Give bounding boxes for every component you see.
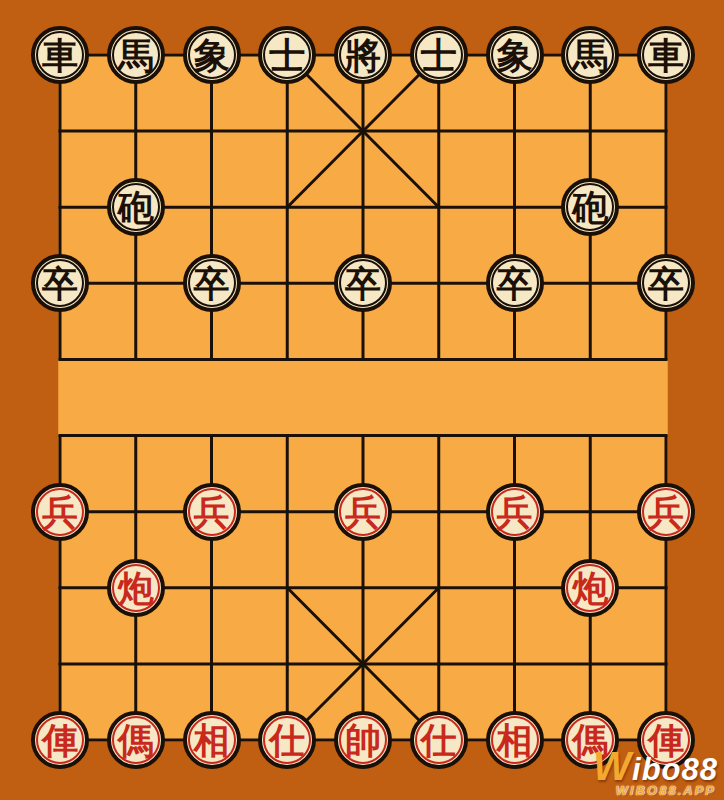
- piece-character: 砲: [572, 190, 608, 226]
- piece-character: 炮: [118, 571, 154, 607]
- piece-black-advisor[interactable]: 士: [410, 26, 468, 84]
- piece-red-soldier[interactable]: 兵: [637, 483, 695, 541]
- piece-red-soldier[interactable]: 兵: [486, 483, 544, 541]
- piece-character: 傌: [118, 723, 154, 759]
- piece-inner-ring: 俥: [36, 716, 84, 764]
- xiangqi-board-page: 車馬象士將士象馬車砲砲卒卒卒卒卒兵兵兵兵兵炮炮俥傌相仕帥仕相傌俥 Wibo88 …: [0, 0, 724, 800]
- piece-character: 將: [345, 38, 381, 74]
- piece-character: 俥: [42, 723, 78, 759]
- piece-character: 相: [194, 723, 230, 759]
- piece-inner-ring: 傌: [112, 716, 160, 764]
- piece-black-horse[interactable]: 馬: [561, 26, 619, 84]
- piece-black-chariot[interactable]: 車: [31, 26, 89, 84]
- piece-black-soldier[interactable]: 卒: [486, 254, 544, 312]
- piece-inner-ring: 相: [491, 716, 539, 764]
- piece-black-soldier[interactable]: 卒: [334, 254, 392, 312]
- piece-black-chariot[interactable]: 車: [637, 26, 695, 84]
- piece-black-elephant[interactable]: 象: [486, 26, 544, 84]
- piece-character: 馬: [572, 38, 608, 74]
- piece-inner-ring: 象: [491, 31, 539, 79]
- piece-black-soldier[interactable]: 卒: [183, 254, 241, 312]
- piece-character: 卒: [648, 266, 684, 302]
- piece-black-soldier[interactable]: 卒: [31, 254, 89, 312]
- piece-character: 車: [648, 38, 684, 74]
- piece-black-soldier[interactable]: 卒: [637, 254, 695, 312]
- piece-inner-ring: 卒: [339, 259, 387, 307]
- piece-red-cannon[interactable]: 炮: [107, 559, 165, 617]
- piece-red-advisor[interactable]: 仕: [410, 711, 468, 769]
- piece-inner-ring: 馬: [112, 31, 160, 79]
- piece-character: 仕: [421, 723, 457, 759]
- piece-black-cannon[interactable]: 砲: [107, 178, 165, 236]
- piece-inner-ring: 車: [642, 31, 690, 79]
- piece-black-cannon[interactable]: 砲: [561, 178, 619, 236]
- piece-character: 士: [269, 38, 305, 74]
- piece-red-elephant[interactable]: 相: [486, 711, 544, 769]
- piece-red-soldier[interactable]: 兵: [334, 483, 392, 541]
- piece-character: 卒: [194, 266, 230, 302]
- piece-character: 兵: [42, 495, 78, 531]
- piece-inner-ring: 帥: [339, 716, 387, 764]
- piece-character: 相: [497, 723, 533, 759]
- piece-character: 兵: [648, 495, 684, 531]
- piece-inner-ring: 傌: [566, 716, 614, 764]
- piece-inner-ring: 士: [415, 31, 463, 79]
- piece-character: 兵: [194, 495, 230, 531]
- piece-inner-ring: 卒: [36, 259, 84, 307]
- pieces-layer: 車馬象士將士象馬車砲砲卒卒卒卒卒兵兵兵兵兵炮炮俥傌相仕帥仕相傌俥: [0, 0, 724, 800]
- piece-character: 砲: [118, 190, 154, 226]
- piece-character: 仕: [269, 723, 305, 759]
- piece-black-elephant[interactable]: 象: [183, 26, 241, 84]
- piece-red-advisor[interactable]: 仕: [258, 711, 316, 769]
- piece-inner-ring: 卒: [642, 259, 690, 307]
- piece-black-horse[interactable]: 馬: [107, 26, 165, 84]
- piece-character: 卒: [497, 266, 533, 302]
- piece-red-horse[interactable]: 傌: [107, 711, 165, 769]
- piece-character: 士: [421, 38, 457, 74]
- piece-character: 帥: [345, 723, 381, 759]
- piece-inner-ring: 相: [188, 716, 236, 764]
- piece-character: 車: [42, 38, 78, 74]
- piece-character: 象: [194, 38, 230, 74]
- piece-inner-ring: 砲: [566, 183, 614, 231]
- piece-inner-ring: 砲: [112, 183, 160, 231]
- piece-inner-ring: 兵: [491, 488, 539, 536]
- piece-red-soldier[interactable]: 兵: [31, 483, 89, 541]
- piece-character: 卒: [42, 266, 78, 302]
- piece-inner-ring: 卒: [188, 259, 236, 307]
- piece-red-chariot[interactable]: 俥: [637, 711, 695, 769]
- piece-inner-ring: 卒: [491, 259, 539, 307]
- piece-character: 馬: [118, 38, 154, 74]
- piece-black-general[interactable]: 將: [334, 26, 392, 84]
- piece-red-soldier[interactable]: 兵: [183, 483, 241, 541]
- piece-inner-ring: 炮: [566, 564, 614, 612]
- piece-character: 炮: [572, 571, 608, 607]
- piece-black-advisor[interactable]: 士: [258, 26, 316, 84]
- piece-red-chariot[interactable]: 俥: [31, 711, 89, 769]
- piece-inner-ring: 馬: [566, 31, 614, 79]
- piece-character: 卒: [345, 266, 381, 302]
- piece-character: 傌: [572, 723, 608, 759]
- piece-red-cannon[interactable]: 炮: [561, 559, 619, 617]
- piece-red-horse[interactable]: 傌: [561, 711, 619, 769]
- piece-inner-ring: 仕: [415, 716, 463, 764]
- piece-red-general[interactable]: 帥: [334, 711, 392, 769]
- piece-inner-ring: 兵: [188, 488, 236, 536]
- piece-inner-ring: 俥: [642, 716, 690, 764]
- piece-character: 兵: [497, 495, 533, 531]
- piece-inner-ring: 兵: [36, 488, 84, 536]
- piece-inner-ring: 兵: [642, 488, 690, 536]
- piece-character: 俥: [648, 723, 684, 759]
- piece-inner-ring: 車: [36, 31, 84, 79]
- piece-inner-ring: 仕: [263, 716, 311, 764]
- piece-inner-ring: 炮: [112, 564, 160, 612]
- piece-inner-ring: 士: [263, 31, 311, 79]
- piece-inner-ring: 將: [339, 31, 387, 79]
- piece-character: 象: [497, 38, 533, 74]
- piece-inner-ring: 象: [188, 31, 236, 79]
- piece-red-elephant[interactable]: 相: [183, 711, 241, 769]
- piece-character: 兵: [345, 495, 381, 531]
- piece-inner-ring: 兵: [339, 488, 387, 536]
